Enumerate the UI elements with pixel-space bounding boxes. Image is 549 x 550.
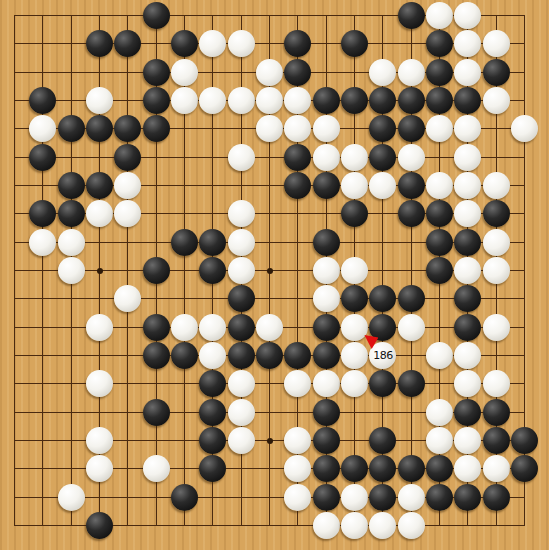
intersection[interactable]	[312, 171, 340, 199]
intersection[interactable]	[227, 341, 255, 369]
intersection[interactable]	[397, 58, 425, 86]
intersection[interactable]	[454, 285, 482, 313]
intersection[interactable]	[227, 426, 255, 454]
intersection[interactable]	[170, 58, 198, 86]
intersection[interactable]	[142, 2, 170, 30]
intersection[interactable]	[57, 426, 85, 454]
intersection[interactable]	[114, 115, 142, 143]
intersection[interactable]	[510, 86, 538, 114]
intersection[interactable]	[340, 228, 368, 256]
intersection[interactable]	[1, 86, 29, 114]
intersection[interactable]	[340, 200, 368, 228]
intersection[interactable]	[454, 30, 482, 58]
intersection[interactable]	[284, 143, 312, 171]
intersection[interactable]	[369, 200, 397, 228]
intersection[interactable]	[397, 341, 425, 369]
intersection[interactable]: 186	[369, 341, 397, 369]
intersection[interactable]	[1, 143, 29, 171]
intersection[interactable]	[57, 30, 85, 58]
intersection[interactable]	[397, 285, 425, 313]
intersection[interactable]	[29, 341, 57, 369]
intersection[interactable]	[340, 313, 368, 341]
intersection[interactable]	[29, 313, 57, 341]
intersection[interactable]	[340, 58, 368, 86]
intersection[interactable]	[312, 115, 340, 143]
intersection[interactable]	[29, 86, 57, 114]
intersection[interactable]	[255, 285, 283, 313]
intersection[interactable]	[312, 200, 340, 228]
intersection[interactable]	[170, 511, 198, 539]
intersection[interactable]	[482, 370, 510, 398]
intersection[interactable]	[170, 86, 198, 114]
intersection[interactable]	[454, 200, 482, 228]
intersection[interactable]	[170, 370, 198, 398]
intersection[interactable]	[454, 341, 482, 369]
intersection[interactable]	[369, 115, 397, 143]
intersection[interactable]	[312, 511, 340, 539]
intersection[interactable]	[312, 58, 340, 86]
intersection[interactable]	[85, 30, 113, 58]
intersection[interactable]	[454, 228, 482, 256]
intersection[interactable]	[142, 426, 170, 454]
intersection[interactable]	[255, 370, 283, 398]
intersection[interactable]	[1, 2, 29, 30]
intersection[interactable]	[340, 86, 368, 114]
intersection[interactable]	[425, 171, 453, 199]
intersection[interactable]	[57, 86, 85, 114]
intersection[interactable]	[114, 228, 142, 256]
intersection[interactable]	[397, 398, 425, 426]
intersection[interactable]	[114, 2, 142, 30]
intersection[interactable]	[397, 256, 425, 284]
intersection[interactable]	[57, 511, 85, 539]
intersection[interactable]	[397, 2, 425, 30]
intersection[interactable]	[142, 86, 170, 114]
intersection[interactable]	[85, 115, 113, 143]
intersection[interactable]	[397, 228, 425, 256]
intersection[interactable]	[312, 30, 340, 58]
intersection[interactable]	[29, 30, 57, 58]
intersection[interactable]	[57, 483, 85, 511]
intersection[interactable]	[284, 341, 312, 369]
intersection[interactable]	[340, 285, 368, 313]
intersection[interactable]	[510, 256, 538, 284]
intersection[interactable]	[482, 30, 510, 58]
intersection[interactable]	[284, 285, 312, 313]
intersection[interactable]	[425, 398, 453, 426]
intersection[interactable]	[284, 86, 312, 114]
intersection[interactable]	[397, 86, 425, 114]
intersection[interactable]	[227, 398, 255, 426]
intersection[interactable]	[425, 256, 453, 284]
intersection[interactable]	[255, 426, 283, 454]
intersection[interactable]	[29, 58, 57, 86]
intersection[interactable]	[510, 398, 538, 426]
intersection[interactable]	[454, 313, 482, 341]
intersection[interactable]	[29, 511, 57, 539]
intersection[interactable]	[312, 455, 340, 483]
intersection[interactable]	[227, 285, 255, 313]
intersection[interactable]	[85, 143, 113, 171]
intersection[interactable]	[397, 483, 425, 511]
intersection[interactable]	[369, 143, 397, 171]
intersection[interactable]	[255, 86, 283, 114]
intersection[interactable]	[199, 171, 227, 199]
intersection[interactable]	[85, 398, 113, 426]
intersection[interactable]	[284, 58, 312, 86]
intersection[interactable]	[510, 455, 538, 483]
intersection[interactable]	[312, 86, 340, 114]
intersection[interactable]	[510, 228, 538, 256]
intersection[interactable]	[85, 313, 113, 341]
intersection[interactable]	[482, 256, 510, 284]
intersection[interactable]	[397, 426, 425, 454]
intersection[interactable]	[142, 115, 170, 143]
intersection[interactable]	[510, 115, 538, 143]
intersection[interactable]	[255, 228, 283, 256]
intersection[interactable]	[425, 455, 453, 483]
intersection[interactable]	[29, 2, 57, 30]
intersection[interactable]	[199, 511, 227, 539]
intersection[interactable]	[114, 483, 142, 511]
intersection[interactable]	[227, 256, 255, 284]
intersection[interactable]	[227, 143, 255, 171]
intersection[interactable]	[454, 171, 482, 199]
intersection[interactable]	[85, 426, 113, 454]
intersection[interactable]	[510, 2, 538, 30]
intersection[interactable]	[397, 455, 425, 483]
intersection[interactable]	[340, 2, 368, 30]
intersection[interactable]	[1, 455, 29, 483]
intersection[interactable]	[199, 370, 227, 398]
intersection[interactable]	[29, 370, 57, 398]
intersection[interactable]	[170, 171, 198, 199]
intersection[interactable]	[1, 370, 29, 398]
intersection[interactable]	[369, 171, 397, 199]
intersection[interactable]	[425, 30, 453, 58]
intersection[interactable]	[227, 313, 255, 341]
intersection[interactable]	[85, 171, 113, 199]
intersection[interactable]	[510, 171, 538, 199]
intersection[interactable]	[397, 171, 425, 199]
intersection[interactable]	[199, 483, 227, 511]
intersection[interactable]	[510, 285, 538, 313]
intersection[interactable]	[1, 426, 29, 454]
intersection[interactable]	[227, 200, 255, 228]
intersection[interactable]	[114, 143, 142, 171]
intersection[interactable]	[454, 2, 482, 30]
intersection[interactable]	[255, 2, 283, 30]
intersection[interactable]	[57, 2, 85, 30]
intersection[interactable]	[1, 256, 29, 284]
intersection[interactable]	[425, 370, 453, 398]
intersection[interactable]	[170, 455, 198, 483]
intersection[interactable]	[142, 228, 170, 256]
intersection[interactable]	[29, 256, 57, 284]
intersection[interactable]	[284, 426, 312, 454]
intersection[interactable]	[142, 313, 170, 341]
intersection[interactable]	[482, 483, 510, 511]
intersection[interactable]	[482, 171, 510, 199]
intersection[interactable]	[199, 200, 227, 228]
intersection[interactable]	[284, 228, 312, 256]
intersection[interactable]	[312, 398, 340, 426]
intersection[interactable]	[312, 313, 340, 341]
intersection[interactable]	[1, 511, 29, 539]
intersection[interactable]	[454, 143, 482, 171]
intersection[interactable]	[1, 171, 29, 199]
intersection[interactable]	[57, 398, 85, 426]
intersection[interactable]	[312, 228, 340, 256]
intersection[interactable]	[255, 313, 283, 341]
intersection[interactable]	[425, 483, 453, 511]
intersection[interactable]	[397, 200, 425, 228]
intersection[interactable]	[227, 86, 255, 114]
intersection[interactable]	[255, 30, 283, 58]
intersection[interactable]	[284, 455, 312, 483]
intersection[interactable]	[1, 398, 29, 426]
intersection[interactable]	[57, 143, 85, 171]
intersection[interactable]	[312, 143, 340, 171]
intersection[interactable]	[199, 341, 227, 369]
intersection[interactable]	[85, 86, 113, 114]
intersection[interactable]	[170, 30, 198, 58]
intersection[interactable]	[510, 30, 538, 58]
intersection[interactable]	[57, 285, 85, 313]
intersection[interactable]	[312, 426, 340, 454]
intersection[interactable]	[142, 285, 170, 313]
intersection[interactable]	[255, 256, 283, 284]
intersection[interactable]	[170, 256, 198, 284]
intersection[interactable]	[369, 2, 397, 30]
intersection[interactable]	[29, 200, 57, 228]
intersection[interactable]	[85, 341, 113, 369]
intersection[interactable]	[312, 2, 340, 30]
intersection[interactable]	[29, 228, 57, 256]
intersection[interactable]	[170, 341, 198, 369]
intersection[interactable]	[340, 256, 368, 284]
intersection[interactable]	[510, 143, 538, 171]
intersection[interactable]	[369, 426, 397, 454]
intersection[interactable]	[227, 370, 255, 398]
intersection[interactable]	[284, 313, 312, 341]
intersection[interactable]	[142, 58, 170, 86]
intersection[interactable]	[482, 313, 510, 341]
intersection[interactable]	[142, 143, 170, 171]
intersection[interactable]	[85, 200, 113, 228]
intersection[interactable]	[369, 398, 397, 426]
intersection[interactable]	[397, 370, 425, 398]
intersection[interactable]	[425, 426, 453, 454]
intersection[interactable]	[454, 58, 482, 86]
intersection[interactable]	[1, 313, 29, 341]
intersection[interactable]	[114, 341, 142, 369]
intersection[interactable]	[284, 200, 312, 228]
intersection[interactable]	[255, 455, 283, 483]
intersection[interactable]	[284, 483, 312, 511]
intersection[interactable]	[114, 398, 142, 426]
intersection[interactable]	[170, 228, 198, 256]
intersection[interactable]	[29, 483, 57, 511]
intersection[interactable]	[397, 313, 425, 341]
intersection[interactable]	[255, 115, 283, 143]
intersection[interactable]	[114, 426, 142, 454]
intersection[interactable]	[114, 511, 142, 539]
intersection[interactable]	[255, 58, 283, 86]
intersection[interactable]	[170, 426, 198, 454]
intersection[interactable]	[1, 228, 29, 256]
intersection[interactable]	[227, 455, 255, 483]
intersection[interactable]	[255, 511, 283, 539]
intersection[interactable]	[199, 30, 227, 58]
intersection[interactable]	[255, 483, 283, 511]
intersection[interactable]	[425, 313, 453, 341]
intersection[interactable]	[29, 455, 57, 483]
intersection[interactable]	[114, 171, 142, 199]
intersection[interactable]	[57, 455, 85, 483]
intersection[interactable]	[510, 341, 538, 369]
intersection[interactable]	[255, 171, 283, 199]
intersection[interactable]	[199, 285, 227, 313]
intersection[interactable]	[482, 2, 510, 30]
intersection[interactable]	[340, 398, 368, 426]
intersection[interactable]	[29, 285, 57, 313]
intersection[interactable]	[425, 228, 453, 256]
intersection[interactable]	[142, 455, 170, 483]
intersection[interactable]	[57, 171, 85, 199]
intersection[interactable]	[227, 483, 255, 511]
intersection[interactable]	[170, 2, 198, 30]
intersection[interactable]	[340, 370, 368, 398]
intersection[interactable]	[482, 115, 510, 143]
intersection[interactable]	[199, 398, 227, 426]
intersection[interactable]	[425, 58, 453, 86]
intersection[interactable]	[170, 115, 198, 143]
intersection[interactable]	[510, 370, 538, 398]
intersection[interactable]	[312, 256, 340, 284]
intersection[interactable]	[199, 58, 227, 86]
intersection[interactable]	[482, 86, 510, 114]
intersection[interactable]	[85, 370, 113, 398]
intersection[interactable]	[369, 483, 397, 511]
intersection[interactable]	[425, 86, 453, 114]
intersection[interactable]	[340, 171, 368, 199]
intersection[interactable]	[199, 256, 227, 284]
intersection[interactable]	[227, 30, 255, 58]
intersection[interactable]	[142, 200, 170, 228]
intersection[interactable]	[1, 341, 29, 369]
intersection[interactable]	[1, 115, 29, 143]
intersection[interactable]	[1, 483, 29, 511]
intersection[interactable]	[29, 426, 57, 454]
intersection[interactable]	[340, 143, 368, 171]
intersection[interactable]	[1, 58, 29, 86]
intersection[interactable]	[114, 285, 142, 313]
intersection[interactable]	[284, 256, 312, 284]
intersection[interactable]	[425, 115, 453, 143]
intersection[interactable]	[85, 511, 113, 539]
intersection[interactable]	[312, 285, 340, 313]
intersection[interactable]	[114, 256, 142, 284]
intersection[interactable]	[255, 143, 283, 171]
intersection[interactable]	[482, 143, 510, 171]
intersection[interactable]	[57, 115, 85, 143]
intersection[interactable]	[227, 228, 255, 256]
intersection[interactable]	[397, 30, 425, 58]
intersection[interactable]	[57, 370, 85, 398]
intersection[interactable]	[85, 483, 113, 511]
intersection[interactable]	[425, 2, 453, 30]
intersection[interactable]	[425, 285, 453, 313]
intersection[interactable]	[340, 341, 368, 369]
intersection[interactable]	[369, 256, 397, 284]
intersection[interactable]	[57, 256, 85, 284]
intersection[interactable]	[142, 171, 170, 199]
intersection[interactable]	[312, 341, 340, 369]
intersection[interactable]	[397, 511, 425, 539]
intersection[interactable]	[142, 341, 170, 369]
intersection[interactable]	[510, 58, 538, 86]
intersection[interactable]	[284, 370, 312, 398]
intersection[interactable]	[85, 455, 113, 483]
intersection[interactable]	[369, 228, 397, 256]
intersection[interactable]	[340, 115, 368, 143]
intersection[interactable]	[114, 455, 142, 483]
intersection[interactable]	[142, 370, 170, 398]
intersection[interactable]	[482, 455, 510, 483]
intersection[interactable]	[284, 171, 312, 199]
intersection[interactable]	[454, 426, 482, 454]
intersection[interactable]	[227, 58, 255, 86]
intersection[interactable]	[170, 483, 198, 511]
intersection[interactable]	[340, 455, 368, 483]
intersection[interactable]	[482, 426, 510, 454]
intersection[interactable]	[1, 200, 29, 228]
intersection[interactable]	[85, 285, 113, 313]
intersection[interactable]	[142, 30, 170, 58]
intersection[interactable]	[425, 341, 453, 369]
intersection[interactable]	[454, 483, 482, 511]
intersection[interactable]	[284, 398, 312, 426]
intersection[interactable]	[142, 511, 170, 539]
intersection[interactable]	[1, 30, 29, 58]
intersection[interactable]	[312, 483, 340, 511]
intersection[interactable]	[199, 143, 227, 171]
intersection[interactable]	[340, 511, 368, 539]
intersection[interactable]	[340, 30, 368, 58]
intersection[interactable]	[199, 228, 227, 256]
intersection[interactable]	[114, 200, 142, 228]
intersection[interactable]	[425, 200, 453, 228]
intersection[interactable]	[142, 398, 170, 426]
intersection[interactable]	[170, 200, 198, 228]
intersection[interactable]	[369, 370, 397, 398]
intersection[interactable]	[369, 511, 397, 539]
intersection[interactable]	[482, 398, 510, 426]
intersection[interactable]	[482, 58, 510, 86]
intersection[interactable]	[482, 285, 510, 313]
intersection[interactable]	[369, 30, 397, 58]
intersection[interactable]	[397, 143, 425, 171]
intersection[interactable]	[454, 370, 482, 398]
intersection[interactable]	[284, 511, 312, 539]
intersection[interactable]	[170, 398, 198, 426]
intersection[interactable]	[114, 313, 142, 341]
intersection[interactable]	[170, 285, 198, 313]
intersection[interactable]	[340, 483, 368, 511]
intersection[interactable]	[454, 86, 482, 114]
intersection[interactable]	[57, 313, 85, 341]
